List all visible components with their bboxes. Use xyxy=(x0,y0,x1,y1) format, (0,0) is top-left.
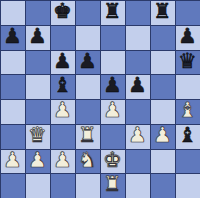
piece-black-pawn[interactable]: ♟ xyxy=(128,74,147,98)
square-f8[interactable] xyxy=(125,0,150,25)
square-d5[interactable] xyxy=(75,74,100,99)
piece-black-pawn[interactable]: ♟ xyxy=(178,25,197,49)
square-b2[interactable]: ♟ xyxy=(25,149,50,174)
square-c5[interactable]: ♝ xyxy=(50,74,75,99)
square-c4[interactable]: ♟ xyxy=(50,99,75,124)
square-a4[interactable] xyxy=(0,99,25,124)
square-g3[interactable]: ♟ xyxy=(150,124,175,149)
square-d8[interactable] xyxy=(75,0,100,25)
square-c2[interactable]: ♟ xyxy=(50,149,75,174)
square-h8[interactable] xyxy=(175,0,200,25)
piece-black-rook[interactable]: ♜ xyxy=(103,0,122,24)
square-f1[interactable] xyxy=(125,173,150,198)
square-f4[interactable] xyxy=(125,99,150,124)
square-e4[interactable]: ♟ xyxy=(100,99,125,124)
square-f2[interactable] xyxy=(125,149,150,174)
piece-white-pawn[interactable]: ♟ xyxy=(53,99,72,123)
square-h5[interactable] xyxy=(175,74,200,99)
square-f5[interactable]: ♟ xyxy=(125,74,150,99)
piece-black-pawn[interactable]: ♟ xyxy=(103,74,122,98)
square-a1[interactable] xyxy=(0,173,25,198)
chess-board: ♚♜♜♟♟♟♟♟♛♝♟♟♟♟♝♛♜♟♟♝♟♟♟♞♚♜ xyxy=(0,0,200,198)
square-d2[interactable]: ♞ xyxy=(75,149,100,174)
square-a3[interactable] xyxy=(0,124,25,149)
square-h1[interactable] xyxy=(175,173,200,198)
square-h3[interactable]: ♝ xyxy=(175,124,200,149)
piece-black-rook[interactable]: ♜ xyxy=(153,0,172,24)
piece-black-pawn[interactable]: ♟ xyxy=(53,50,72,74)
piece-black-queen[interactable]: ♛ xyxy=(178,50,197,74)
square-e8[interactable]: ♜ xyxy=(100,0,125,25)
piece-black-pawn[interactable]: ♟ xyxy=(78,50,97,74)
piece-white-king[interactable]: ♚ xyxy=(103,149,122,173)
square-d7[interactable] xyxy=(75,25,100,50)
square-a5[interactable] xyxy=(0,74,25,99)
square-g6[interactable] xyxy=(150,50,175,75)
square-a2[interactable]: ♟ xyxy=(0,149,25,174)
square-a7[interactable]: ♟ xyxy=(0,25,25,50)
square-f6[interactable] xyxy=(125,50,150,75)
square-g4[interactable] xyxy=(150,99,175,124)
square-b5[interactable] xyxy=(25,74,50,99)
square-f3[interactable]: ♟ xyxy=(125,124,150,149)
square-a8[interactable] xyxy=(0,0,25,25)
square-g8[interactable]: ♜ xyxy=(150,0,175,25)
piece-white-knight[interactable]: ♞ xyxy=(78,149,97,173)
square-d6[interactable]: ♟ xyxy=(75,50,100,75)
square-b7[interactable]: ♟ xyxy=(25,25,50,50)
piece-white-pawn[interactable]: ♟ xyxy=(153,124,172,148)
square-b6[interactable] xyxy=(25,50,50,75)
piece-white-queen[interactable]: ♛ xyxy=(28,124,47,148)
piece-black-king[interactable]: ♚ xyxy=(53,0,72,24)
square-e6[interactable] xyxy=(100,50,125,75)
square-c7[interactable] xyxy=(50,25,75,50)
square-g2[interactable] xyxy=(150,149,175,174)
square-e5[interactable]: ♟ xyxy=(100,74,125,99)
square-b8[interactable] xyxy=(25,0,50,25)
piece-white-rook[interactable]: ♜ xyxy=(78,124,97,148)
piece-white-pawn[interactable]: ♟ xyxy=(3,149,22,173)
square-c8[interactable]: ♚ xyxy=(50,0,75,25)
square-e7[interactable] xyxy=(100,25,125,50)
square-f7[interactable] xyxy=(125,25,150,50)
square-e2[interactable]: ♚ xyxy=(100,149,125,174)
square-a6[interactable] xyxy=(0,50,25,75)
square-h7[interactable]: ♟ xyxy=(175,25,200,50)
square-b1[interactable] xyxy=(25,173,50,198)
piece-white-pawn[interactable]: ♟ xyxy=(28,149,47,173)
square-c6[interactable]: ♟ xyxy=(50,50,75,75)
square-c1[interactable] xyxy=(50,173,75,198)
piece-white-pawn[interactable]: ♟ xyxy=(128,124,147,148)
square-d1[interactable] xyxy=(75,173,100,198)
square-h4[interactable]: ♝ xyxy=(175,99,200,124)
square-b3[interactable]: ♛ xyxy=(25,124,50,149)
piece-white-pawn[interactable]: ♟ xyxy=(53,149,72,173)
square-h6[interactable]: ♛ xyxy=(175,50,200,75)
piece-white-bishop[interactable]: ♝ xyxy=(178,99,197,123)
piece-black-bishop[interactable]: ♝ xyxy=(53,74,72,98)
square-d4[interactable] xyxy=(75,99,100,124)
square-c3[interactable] xyxy=(50,124,75,149)
piece-white-rook[interactable]: ♜ xyxy=(103,173,122,197)
piece-black-bishop[interactable]: ♝ xyxy=(178,124,197,148)
square-g7[interactable] xyxy=(150,25,175,50)
piece-black-pawn[interactable]: ♟ xyxy=(28,25,47,49)
piece-white-pawn[interactable]: ♟ xyxy=(103,99,122,123)
square-b4[interactable] xyxy=(25,99,50,124)
square-e1[interactable]: ♜ xyxy=(100,173,125,198)
square-g5[interactable] xyxy=(150,74,175,99)
square-g1[interactable] xyxy=(150,173,175,198)
square-e3[interactable] xyxy=(100,124,125,149)
piece-black-pawn[interactable]: ♟ xyxy=(3,25,22,49)
square-d3[interactable]: ♜ xyxy=(75,124,100,149)
square-h2[interactable] xyxy=(175,149,200,174)
